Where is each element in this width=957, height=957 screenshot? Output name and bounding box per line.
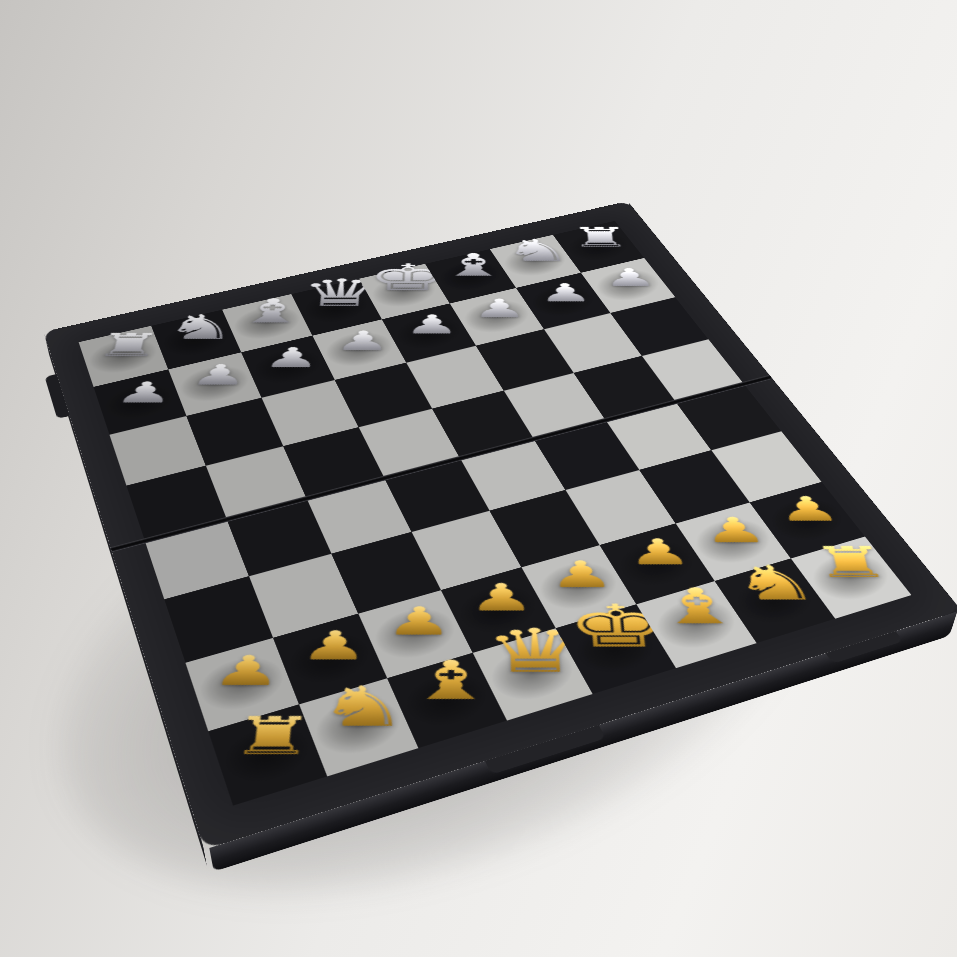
square-h1: ♜ [791, 537, 911, 619]
gold-pawn-glyph: ♟ [573, 534, 748, 570]
chess-board: ♜♞♝♛♚♝♞♜♟♟♟♟♟♟♟♟♟♟♟♟♟♟♟♟♜♞♝♛♚♝♞♜ [44, 201, 957, 849]
silver-pawn-glyph: ♟ [559, 265, 703, 289]
board-case: ♜♞♝♛♚♝♞♜♟♟♟♟♟♟♟♟♟♟♟♟♟♟♟♟♜♞♝♛♚♝♞♜ [44, 201, 957, 849]
photo-backdrop: ♜♞♝♛♚♝♞♜♟♟♟♟♟♟♟♟♟♟♟♟♟♟♟♟♜♞♝♛♚♝♞♜ [0, 0, 957, 957]
square-h2: ♟ [750, 482, 865, 558]
board-squares: ♜♞♝♛♚♝♞♜♟♟♟♟♟♟♟♟♟♟♟♟♟♟♟♟♜♞♝♛♚♝♞♜ [79, 221, 912, 806]
square-a4 [145, 519, 249, 599]
